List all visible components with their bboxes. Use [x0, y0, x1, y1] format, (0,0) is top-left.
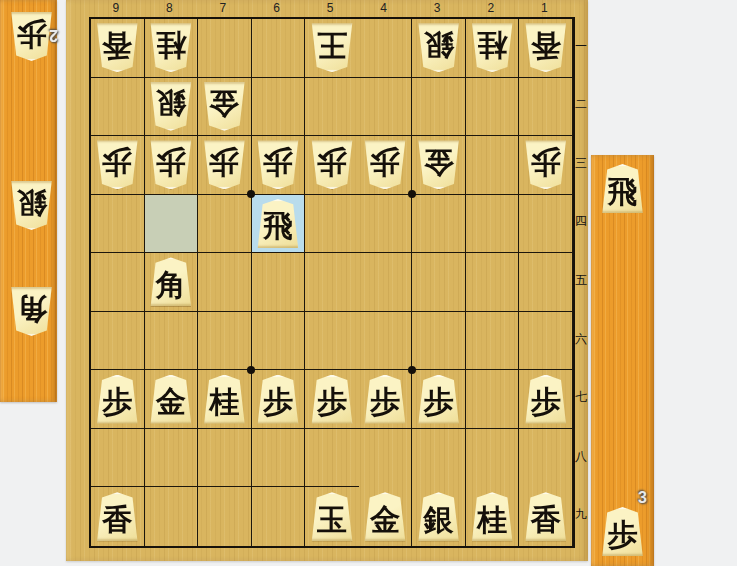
piece-sente-knight[interactable]: 桂 — [470, 492, 515, 541]
rank-label-9: 九 — [573, 486, 589, 545]
square-41[interactable] — [359, 19, 413, 78]
square-52[interactable] — [305, 78, 359, 137]
sente-captured-tray: 飛歩3 — [591, 155, 654, 566]
square-56[interactable] — [305, 312, 359, 371]
piece-sente-gold[interactable]: 金 — [363, 492, 408, 541]
piece-glyph: 歩 — [263, 147, 293, 177]
piece-sente-gold[interactable]: 金 — [148, 375, 193, 424]
square-12[interactable] — [519, 78, 573, 137]
piece-sente-bishop[interactable]: 角 — [148, 257, 193, 306]
piece-glyph: 金 — [370, 505, 400, 535]
square-87[interactable]: 金 — [145, 370, 199, 429]
square-46[interactable] — [359, 312, 413, 371]
square-79[interactable] — [198, 487, 252, 546]
square-65[interactable] — [252, 253, 306, 312]
piece-glyph: 銀 — [156, 88, 186, 118]
piece-glyph: 歩 — [370, 147, 400, 177]
square-83[interactable]: 歩 — [145, 136, 199, 195]
piece-glyph: 桂 — [477, 505, 507, 535]
square-54[interactable] — [305, 195, 359, 254]
hoshi-dot — [247, 366, 255, 374]
square-92[interactable] — [91, 78, 145, 137]
piece-sente-lance[interactable]: 香 — [95, 492, 140, 541]
piece-glyph: 飛 — [608, 177, 638, 207]
piece-gote-silver[interactable]: 銀 — [416, 23, 461, 72]
square-69[interactable] — [252, 487, 306, 546]
file-label-2: 2 — [464, 1, 518, 16]
piece-gote-pawn[interactable]: 歩 — [148, 140, 193, 189]
file-label-9: 9 — [89, 1, 143, 16]
rank-label-2: 二 — [573, 76, 589, 135]
piece-glyph: 歩 — [156, 147, 186, 177]
piece-gote-pawn[interactable]: 歩 — [95, 140, 140, 189]
square-59[interactable]: 玉 — [305, 487, 359, 546]
file-label-6: 6 — [250, 1, 304, 16]
square-85[interactable]: 角 — [145, 253, 199, 312]
hand-count: 2 — [49, 26, 58, 44]
square-21[interactable]: 桂 — [466, 19, 520, 78]
board-panel: 987654321 一二三四五六七八九 香桂王銀桂香銀金歩歩歩歩歩歩金歩飛角歩金… — [66, 0, 588, 561]
piece-sente-king[interactable]: 玉 — [309, 492, 354, 541]
piece-glyph: 歩 — [370, 387, 400, 417]
piece-glyph: 歩 — [263, 387, 293, 417]
piece-glyph: 桂 — [209, 387, 239, 417]
piece-glyph: 桂 — [156, 30, 186, 60]
piece-gote-pawn[interactable]: 歩 — [363, 140, 408, 189]
piece-gote-king[interactable]: 王 — [309, 23, 354, 72]
square-17[interactable]: 歩 — [519, 370, 573, 429]
square-76[interactable] — [198, 312, 252, 371]
rank-label-6: 六 — [573, 310, 589, 369]
piece-gote-knight[interactable]: 桂 — [470, 23, 515, 72]
square-16[interactable] — [519, 312, 573, 371]
square-38[interactable] — [412, 429, 466, 488]
piece-gote-silver[interactable]: 銀 — [148, 82, 193, 131]
hand-sente-pawn[interactable]: 歩3 — [600, 507, 645, 556]
gote-captured-tray: 歩2銀角 — [0, 0, 57, 402]
piece-glyph: 歩 — [608, 520, 638, 550]
square-99[interactable]: 香 — [91, 487, 145, 546]
board: 香桂王銀桂香銀金歩歩歩歩歩歩金歩飛角歩金桂歩歩歩歩歩香玉金銀桂香 — [89, 17, 575, 548]
square-51[interactable]: 王 — [305, 19, 359, 78]
piece-gote-pawn[interactable]: 歩 — [523, 140, 568, 189]
square-47[interactable]: 歩 — [359, 370, 413, 429]
square-13[interactable]: 歩 — [519, 136, 573, 195]
square-74[interactable] — [198, 195, 252, 254]
piece-glyph: 香 — [102, 505, 132, 535]
hand-gote-silver[interactable]: 銀 — [9, 181, 54, 230]
piece-glyph: 角 — [156, 270, 186, 300]
piece-glyph: 歩 — [424, 387, 454, 417]
square-25[interactable] — [466, 253, 520, 312]
piece-glyph: 歩 — [17, 19, 47, 49]
square-42[interactable] — [359, 78, 413, 137]
piece-glyph: 歩 — [531, 387, 561, 417]
square-53[interactable]: 歩 — [305, 136, 359, 195]
piece-glyph: 銀 — [424, 505, 454, 535]
square-67[interactable]: 歩 — [252, 370, 306, 429]
hand-sente-rook[interactable]: 飛 — [600, 164, 645, 213]
square-78[interactable] — [198, 429, 252, 488]
piece-gote-gold[interactable]: 金 — [202, 82, 247, 131]
piece-gote-knight[interactable]: 桂 — [148, 23, 193, 72]
square-91[interactable]: 香 — [91, 19, 145, 78]
square-57[interactable]: 歩 — [305, 370, 359, 429]
square-23[interactable] — [466, 136, 520, 195]
hand-gote-bishop[interactable]: 角 — [9, 287, 54, 336]
file-label-7: 7 — [196, 1, 250, 16]
square-35[interactable] — [412, 253, 466, 312]
piece-sente-silver[interactable]: 銀 — [416, 492, 461, 541]
file-label-4: 4 — [357, 1, 411, 16]
square-32[interactable] — [412, 78, 466, 137]
square-75[interactable] — [198, 253, 252, 312]
piece-gote-pawn[interactable]: 歩 — [255, 140, 300, 189]
piece-gote-pawn[interactable]: 歩 — [309, 140, 354, 189]
square-36[interactable] — [412, 312, 466, 371]
square-77[interactable]: 桂 — [198, 370, 252, 429]
rank-labels: 一二三四五六七八九 — [573, 17, 589, 544]
square-45[interactable] — [359, 253, 413, 312]
square-61[interactable] — [252, 19, 306, 78]
square-71[interactable] — [198, 19, 252, 78]
square-95[interactable] — [91, 253, 145, 312]
square-73[interactable]: 歩 — [198, 136, 252, 195]
square-55[interactable] — [305, 253, 359, 312]
piece-sente-rook[interactable]: 飛 — [600, 164, 645, 213]
square-29[interactable]: 桂 — [466, 487, 520, 546]
square-43[interactable]: 歩 — [359, 136, 413, 195]
piece-sente-pawn[interactable]: 歩 — [416, 375, 461, 424]
piece-glyph: 歩 — [102, 387, 132, 417]
square-18[interactable] — [519, 429, 573, 488]
square-39[interactable]: 銀 — [412, 487, 466, 546]
piece-glyph: 王 — [317, 30, 347, 60]
piece-glyph: 歩 — [102, 147, 132, 177]
piece-gote-gold[interactable]: 金 — [416, 140, 461, 189]
square-86[interactable] — [145, 312, 199, 371]
square-31[interactable]: 銀 — [412, 19, 466, 78]
square-64-last-move-to[interactable]: 飛 — [252, 195, 306, 254]
file-label-5: 5 — [303, 1, 357, 16]
piece-gote-pawn[interactable]: 歩 — [9, 12, 54, 61]
rank-label-4: 四 — [573, 193, 589, 252]
square-27[interactable] — [466, 370, 520, 429]
square-66[interactable] — [252, 312, 306, 371]
piece-gote-lance[interactable]: 香 — [523, 23, 568, 72]
piece-glyph: 香 — [531, 30, 561, 60]
square-97[interactable]: 歩 — [91, 370, 145, 429]
piece-glyph: 飛 — [263, 211, 293, 241]
rank-label-7: 七 — [573, 368, 589, 427]
file-label-8: 8 — [143, 1, 197, 16]
square-88[interactable] — [145, 429, 199, 488]
square-37[interactable]: 歩 — [412, 370, 466, 429]
square-19[interactable]: 香 — [519, 487, 573, 546]
piece-glyph: 玉 — [317, 505, 347, 535]
square-72[interactable]: 金 — [198, 78, 252, 137]
file-label-1: 1 — [518, 1, 572, 16]
piece-gote-pawn[interactable]: 歩 — [202, 140, 247, 189]
piece-sente-pawn[interactable]: 歩 — [95, 375, 140, 424]
rank-label-1: 一 — [573, 17, 589, 76]
piece-glyph: 金 — [156, 387, 186, 417]
square-89[interactable] — [145, 487, 199, 546]
piece-sente-pawn[interactable]: 歩 — [255, 375, 300, 424]
square-94[interactable] — [91, 195, 145, 254]
square-15[interactable] — [519, 253, 573, 312]
rank-label-5: 五 — [573, 251, 589, 310]
square-96[interactable] — [91, 312, 145, 371]
piece-glyph: 歩 — [317, 387, 347, 417]
square-84-last-move-from[interactable] — [145, 195, 199, 254]
piece-glyph: 歩 — [317, 147, 347, 177]
hand-gote-pawn[interactable]: 歩2 — [9, 12, 54, 61]
piece-sente-pawn[interactable]: 歩 — [600, 507, 645, 556]
piece-glyph: 金 — [209, 88, 239, 118]
piece-sente-pawn[interactable]: 歩 — [523, 375, 568, 424]
square-98[interactable] — [91, 429, 145, 488]
square-82[interactable]: 銀 — [145, 78, 199, 137]
piece-glyph: 金 — [424, 147, 454, 177]
rank-label-8: 八 — [573, 427, 589, 486]
square-58[interactable] — [305, 429, 359, 488]
piece-sente-knight[interactable]: 桂 — [202, 375, 247, 424]
file-label-3: 3 — [410, 1, 464, 16]
square-68[interactable] — [252, 429, 306, 488]
piece-sente-pawn[interactable]: 歩 — [309, 375, 354, 424]
piece-glyph: 角 — [17, 294, 47, 324]
square-44[interactable] — [359, 195, 413, 254]
piece-gote-lance[interactable]: 香 — [95, 23, 140, 72]
rank-label-3: 三 — [573, 134, 589, 193]
piece-glyph: 銀 — [17, 188, 47, 218]
square-28[interactable] — [466, 429, 520, 488]
square-48[interactable] — [359, 429, 413, 488]
piece-gote-silver[interactable]: 銀 — [9, 181, 54, 230]
square-62[interactable] — [252, 78, 306, 137]
hoshi-dot — [408, 366, 416, 374]
hoshi-dot — [408, 190, 416, 198]
piece-glyph: 歩 — [531, 147, 561, 177]
hand-count: 3 — [638, 489, 647, 507]
piece-glyph: 香 — [531, 505, 561, 535]
hoshi-dot — [247, 190, 255, 198]
piece-glyph: 銀 — [424, 30, 454, 60]
square-11[interactable]: 香 — [519, 19, 573, 78]
piece-glyph: 香 — [102, 30, 132, 60]
square-63[interactable]: 歩 — [252, 136, 306, 195]
square-24[interactable] — [466, 195, 520, 254]
square-81[interactable]: 桂 — [145, 19, 199, 78]
file-labels: 987654321 — [89, 1, 571, 16]
square-14[interactable] — [519, 195, 573, 254]
piece-sente-rook[interactable]: 飛 — [255, 199, 300, 248]
square-34[interactable] — [412, 195, 466, 254]
piece-glyph: 歩 — [209, 147, 239, 177]
square-49[interactable]: 金 — [359, 487, 413, 546]
square-26[interactable] — [466, 312, 520, 371]
square-22[interactable] — [466, 78, 520, 137]
square-93[interactable]: 歩 — [91, 136, 145, 195]
square-33[interactable]: 金 — [412, 136, 466, 195]
piece-sente-lance[interactable]: 香 — [523, 492, 568, 541]
piece-sente-pawn[interactable]: 歩 — [363, 375, 408, 424]
piece-glyph: 桂 — [477, 30, 507, 60]
piece-gote-bishop[interactable]: 角 — [9, 287, 54, 336]
